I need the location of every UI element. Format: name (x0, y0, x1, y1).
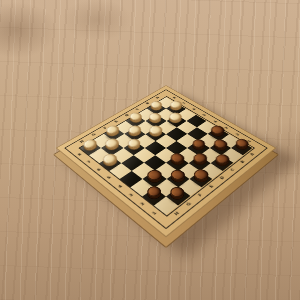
board-frame: HHGGFFEEDDCCBBAA8877665544332211 (56, 85, 277, 237)
wooden-table-surface: HHGGFFEEDDCCBBAA8877665544332211 (0, 0, 300, 300)
checkers-board: HHGGFFEEDDCCBBAA8877665544332211 (56, 85, 277, 237)
photo-scene: HHGGFFEEDDCCBBAA8877665544332211 (0, 0, 300, 300)
